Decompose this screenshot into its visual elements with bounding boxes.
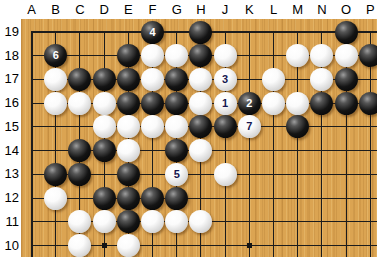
column-label-D: D	[93, 2, 115, 17]
stone-white-L17[interactable]	[262, 68, 285, 91]
move-number-6: 6	[44, 44, 67, 67]
stone-white-E15[interactable]	[117, 115, 140, 138]
row-label-12: 12	[0, 190, 19, 206]
stone-white-G18[interactable]	[165, 44, 188, 67]
stone-black-E12[interactable]	[117, 187, 140, 210]
stone-black-E11[interactable]	[117, 210, 140, 233]
stone-black-P16[interactable]	[359, 92, 377, 115]
stone-white-B12[interactable]	[44, 187, 67, 210]
go-board[interactable]: 4631275	[21, 19, 377, 257]
column-label-E: E	[117, 2, 139, 17]
stone-white-F11[interactable]	[141, 210, 164, 233]
stone-black-E18[interactable]	[117, 44, 140, 67]
stone-black-P18[interactable]	[359, 44, 377, 67]
column-label-K: K	[238, 2, 260, 17]
column-label-J: J	[214, 2, 236, 17]
row-label-17: 17	[0, 71, 19, 87]
row-label-18: 18	[0, 48, 19, 64]
column-label-G: G	[166, 2, 188, 17]
stone-white-E14[interactable]	[117, 139, 140, 162]
row-label-10: 10	[0, 238, 19, 254]
stone-black-O16[interactable]	[335, 92, 358, 115]
move-number-3: 3	[214, 68, 237, 91]
stone-white-C16[interactable]	[68, 92, 91, 115]
stone-black-E17[interactable]	[117, 68, 140, 91]
stone-black-O19[interactable]	[335, 21, 358, 44]
stone-white-E10[interactable]	[117, 234, 140, 257]
star-point-D10	[102, 243, 107, 248]
column-label-M: M	[287, 2, 309, 17]
stone-black-B13[interactable]	[44, 163, 67, 186]
stone-white-F18[interactable]	[141, 44, 164, 67]
stone-white-K15[interactable]: 7	[238, 115, 261, 138]
stone-black-H18[interactable]	[189, 44, 212, 67]
stone-black-G14[interactable]	[165, 139, 188, 162]
stone-white-G15[interactable]	[165, 115, 188, 138]
stone-white-G13[interactable]: 5	[165, 163, 188, 186]
stone-black-C14[interactable]	[68, 139, 91, 162]
stone-black-N16[interactable]	[310, 92, 333, 115]
column-label-A: A	[21, 2, 43, 17]
stone-black-C17[interactable]	[68, 68, 91, 91]
stone-white-L16[interactable]	[262, 92, 285, 115]
stone-white-H11[interactable]	[189, 210, 212, 233]
stone-white-B17[interactable]	[44, 68, 67, 91]
stone-white-J13[interactable]	[214, 163, 237, 186]
column-label-C: C	[69, 2, 91, 17]
column-label-P: P	[359, 2, 377, 17]
stone-black-K16[interactable]: 2	[238, 92, 261, 115]
grid-line-col-L	[273, 32, 274, 257]
stone-black-D14[interactable]	[93, 139, 116, 162]
stone-black-E13[interactable]	[117, 163, 140, 186]
stone-black-O17[interactable]	[335, 68, 358, 91]
stone-white-D15[interactable]	[93, 115, 116, 138]
row-label-14: 14	[0, 143, 19, 159]
stone-white-O18[interactable]	[335, 44, 358, 67]
column-label-N: N	[311, 2, 333, 17]
star-point-K10	[247, 243, 252, 248]
stone-white-G11[interactable]	[165, 210, 188, 233]
row-label-16: 16	[0, 95, 19, 111]
stone-white-H16[interactable]	[189, 92, 212, 115]
move-number-7: 7	[238, 115, 261, 138]
move-number-5: 5	[165, 163, 188, 186]
stone-white-H14[interactable]	[189, 139, 212, 162]
move-number-1: 1	[214, 92, 237, 115]
column-label-H: H	[190, 2, 212, 17]
stone-black-D12[interactable]	[93, 187, 116, 210]
stone-white-D16[interactable]	[93, 92, 116, 115]
stone-white-C10[interactable]	[68, 234, 91, 257]
stone-white-H17[interactable]	[189, 68, 212, 91]
stone-white-B16[interactable]	[44, 92, 67, 115]
go-diagram-screen: ABCDEFGHJKLMNOP 19181716151413121110 463…	[0, 0, 377, 257]
column-label-B: B	[45, 2, 67, 17]
stone-black-J15[interactable]	[214, 115, 237, 138]
stone-black-H19[interactable]	[189, 21, 212, 44]
stone-black-G12[interactable]	[165, 187, 188, 210]
stone-white-D11[interactable]	[93, 210, 116, 233]
stone-black-M15[interactable]	[286, 115, 309, 138]
column-label-L: L	[263, 2, 285, 17]
stone-white-M16[interactable]	[286, 92, 309, 115]
grid-line-col-A	[31, 32, 33, 257]
row-label-19: 19	[0, 24, 19, 40]
stone-black-E16[interactable]	[117, 92, 140, 115]
grid-line-col-K	[249, 32, 250, 257]
stone-white-F17[interactable]	[141, 68, 164, 91]
stone-white-J18[interactable]	[214, 44, 237, 67]
stone-black-F19[interactable]: 4	[141, 21, 164, 44]
stone-white-N18[interactable]	[310, 44, 333, 67]
stone-black-C13[interactable]	[68, 163, 91, 186]
row-label-13: 13	[0, 166, 19, 182]
row-label-11: 11	[0, 214, 19, 230]
stone-black-G17[interactable]	[165, 68, 188, 91]
column-label-O: O	[335, 2, 357, 17]
stone-white-M18[interactable]	[286, 44, 309, 67]
stone-black-D17[interactable]	[93, 68, 116, 91]
stone-white-J17[interactable]: 3	[214, 68, 237, 91]
stone-black-F12[interactable]	[141, 187, 164, 210]
move-number-4: 4	[141, 21, 164, 44]
stone-black-G16[interactable]	[165, 92, 188, 115]
stone-black-F16[interactable]	[141, 92, 164, 115]
column-label-F: F	[142, 2, 164, 17]
stone-white-N17[interactable]	[310, 68, 333, 91]
move-number-2: 2	[238, 92, 261, 115]
stone-white-J16[interactable]: 1	[214, 92, 237, 115]
stone-white-F15[interactable]	[141, 115, 164, 138]
row-label-15: 15	[0, 119, 19, 135]
grid-line-row-12	[31, 198, 377, 199]
stone-black-B18[interactable]: 6	[44, 44, 67, 67]
stone-black-H15[interactable]	[189, 115, 212, 138]
stone-white-C11[interactable]	[68, 210, 91, 233]
